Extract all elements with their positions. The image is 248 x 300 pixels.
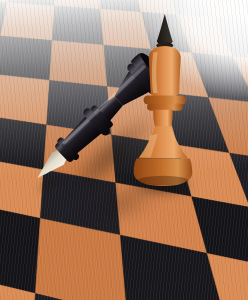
board-square[interactable] (0, 36, 52, 80)
orange-king-silhouette (134, 14, 193, 186)
chessboard-scene (0, 0, 248, 300)
board-square[interactable] (52, 6, 104, 45)
board-square[interactable] (0, 3, 54, 41)
collar-bead (144, 96, 187, 105)
black-spike-finial (157, 14, 173, 46)
waist (153, 110, 173, 127)
board-square[interactable] (0, 74, 50, 125)
orange-king-standing-piece[interactable] (124, 11, 202, 189)
base-bottom-shade (137, 176, 188, 186)
